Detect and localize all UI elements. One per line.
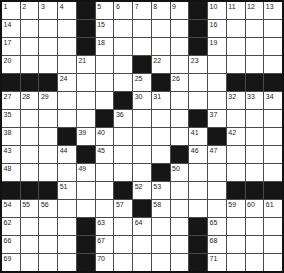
grid-cell[interactable] [208,92,226,109]
grid-cell[interactable] [96,164,114,181]
grid-cell[interactable]: 24 [58,74,76,91]
clue-number: 19 [210,39,218,47]
clue-number: 22 [153,57,161,65]
grid-cell[interactable] [39,110,57,127]
grid-cell[interactable]: 22 [152,56,170,73]
clue-number: 44 [60,147,68,155]
clue-number: 23 [191,57,199,65]
grid-cell[interactable]: 37 [208,110,226,127]
grid-cell[interactable]: 20 [2,56,20,73]
grid-cell[interactable]: 19 [208,38,226,55]
grid-cell[interactable] [96,200,114,217]
grid-cell[interactable]: 63 [96,218,114,235]
grid-cell[interactable] [264,56,282,73]
grid-cell[interactable] [264,218,282,235]
grid-cell[interactable] [227,236,245,253]
grid-cell[interactable]: 69 [2,254,20,271]
grid-cell[interactable] [114,146,132,163]
grid-cell[interactable]: 35 [2,110,20,127]
grid-cell[interactable]: 30 [133,92,151,109]
black-cell [39,74,57,91]
grid-cell[interactable]: 46 [189,146,207,163]
black-cell [77,218,95,235]
black-cell [189,38,207,55]
grid-cell[interactable] [246,164,264,181]
clue-number: 52 [135,183,143,191]
grid-cell[interactable] [189,164,207,181]
grid-cell[interactable] [21,38,39,55]
grid-cell[interactable] [227,38,245,55]
grid-cell[interactable] [264,38,282,55]
grid-cell[interactable] [246,110,264,127]
grid-cell[interactable]: 21 [77,56,95,73]
grid-cell[interactable]: 49 [77,164,95,181]
black-cell [2,74,20,91]
grid-cell[interactable] [39,146,57,163]
clue-number: 31 [153,93,161,101]
clue-number: 5 [97,3,101,11]
grid-cell[interactable] [152,128,170,145]
grid-cell[interactable] [21,254,39,271]
grid-cell[interactable]: 64 [133,218,151,235]
grid-cell[interactable]: 51 [58,182,76,199]
grid-cell[interactable] [152,110,170,127]
grid-cell[interactable]: 31 [152,92,170,109]
black-cell [114,92,132,109]
grid-cell[interactable]: 57 [114,200,132,217]
clue-number: 35 [4,111,12,119]
clue-number: 6 [116,3,120,11]
clue-number: 21 [78,57,86,65]
grid-cell[interactable] [227,218,245,235]
clue-number: 64 [135,219,143,227]
grid-cell[interactable]: 65 [208,218,226,235]
clue-number: 53 [153,183,161,191]
grid-cell[interactable]: 59 [227,200,245,217]
grid-cell[interactable] [77,74,95,91]
clue-number: 20 [4,57,12,65]
grid-cell[interactable] [264,254,282,271]
black-cell [39,182,57,199]
grid-cell[interactable] [21,164,39,181]
black-cell [264,182,282,199]
grid-cell[interactable]: 68 [208,236,226,253]
clue-number: 56 [41,201,49,209]
clue-number: 1 [4,3,8,11]
grid-cell[interactable]: 39 [77,128,95,145]
grid-cell[interactable] [227,56,245,73]
grid-cell[interactable] [39,164,57,181]
grid-cell[interactable] [171,236,189,253]
clue-number: 55 [22,201,30,209]
grid-cell[interactable] [208,182,226,199]
grid-cell[interactable] [171,38,189,55]
clue-number: 41 [191,129,199,137]
grid-cell[interactable]: 58 [152,200,170,217]
grid-cell[interactable]: 42 [227,128,245,145]
grid-cell[interactable]: 67 [96,236,114,253]
grid-cell[interactable] [96,182,114,199]
grid-cell[interactable] [114,236,132,253]
grid-cell[interactable]: 66 [2,236,20,253]
grid-cell[interactable] [152,146,170,163]
grid-cell[interactable] [96,92,114,109]
grid-cell[interactable] [246,20,264,37]
grid-cell[interactable] [58,236,76,253]
black-cell [189,110,207,127]
grid-cell[interactable]: 61 [264,200,282,217]
grid-cell[interactable] [39,38,57,55]
grid-cell[interactable]: 26 [171,74,189,91]
clue-number: 26 [172,75,180,83]
clue-number: 14 [4,21,12,29]
clue-number: 15 [97,21,105,29]
grid-cell[interactable]: 40 [96,128,114,145]
grid-cell[interactable] [171,92,189,109]
grid-cell[interactable] [208,200,226,217]
black-cell [77,38,95,55]
black-cell [246,182,264,199]
black-cell [152,74,170,91]
grid-cell[interactable]: 53 [152,182,170,199]
grid-cell[interactable] [39,56,57,73]
black-cell [189,2,207,19]
clue-number: 65 [210,219,218,227]
grid-cell[interactable] [189,74,207,91]
grid-cell[interactable] [21,146,39,163]
clue-number: 17 [4,39,12,47]
grid-cell[interactable] [58,218,76,235]
grid-cell[interactable] [246,38,264,55]
clue-number: 34 [266,93,274,101]
black-cell [114,182,132,199]
clue-number: 9 [172,3,176,11]
grid-cell[interactable]: 11 [227,2,245,19]
grid-cell[interactable]: 17 [2,38,20,55]
grid-cell[interactable] [152,38,170,55]
clue-number: 3 [41,3,45,11]
grid-cell[interactable] [171,182,189,199]
grid-cell[interactable] [77,110,95,127]
clue-number: 24 [60,75,68,83]
black-cell [189,254,207,271]
grid-cell[interactable]: 6 [114,2,132,19]
clue-number: 25 [135,75,143,83]
crossword-puzzle: 1234567891011121314151617181920212223242… [0,0,284,273]
grid-cell[interactable]: 25 [133,74,151,91]
clue-number: 43 [4,147,12,155]
grid-cell[interactable]: 5 [96,2,114,19]
grid-cell[interactable]: 54 [2,200,20,217]
grid-cell[interactable] [58,200,76,217]
clue-number: 60 [247,201,255,209]
grid-cell[interactable] [208,164,226,181]
clue-number: 51 [60,183,68,191]
black-cell [189,218,207,235]
grid-cell[interactable] [133,236,151,253]
black-cell [133,56,151,73]
grid-cell[interactable] [39,128,57,145]
clue-number: 50 [172,165,180,173]
grid-cell[interactable] [114,74,132,91]
black-cell [171,146,189,163]
grid-cell[interactable] [264,164,282,181]
clue-number: 59 [228,201,236,209]
grid-cell[interactable] [114,218,132,235]
grid-cell[interactable] [58,110,76,127]
grid-cell[interactable] [227,110,245,127]
grid-cell[interactable] [246,254,264,271]
grid-cell[interactable] [58,20,76,37]
clue-number: 30 [135,93,143,101]
clue-number: 46 [191,147,199,155]
grid-cell[interactable] [58,56,76,73]
grid-cell[interactable] [227,254,245,271]
grid-cell[interactable] [189,182,207,199]
grid-cell[interactable] [264,20,282,37]
clue-number: 11 [228,3,235,11]
grid-cell[interactable]: 34 [264,92,282,109]
grid-cell[interactable] [96,56,114,73]
clue-number: 4 [60,3,64,11]
grid-cell[interactable] [114,20,132,37]
grid-cell[interactable] [171,110,189,127]
grid-cell[interactable]: 16 [208,20,226,37]
grid-cell[interactable]: 36 [114,110,132,127]
black-cell [208,128,226,145]
grid-cell[interactable] [133,164,151,181]
grid-cell[interactable] [58,254,76,271]
grid-cell[interactable]: 3 [39,2,57,19]
clue-number: 18 [97,39,105,47]
grid-cell[interactable] [133,254,151,271]
clue-number: 66 [4,237,12,245]
black-cell [77,254,95,271]
grid-cell[interactable]: 38 [2,128,20,145]
grid-cell[interactable]: 2 [21,2,39,19]
grid-cell[interactable] [246,128,264,145]
clue-number: 71 [210,255,218,263]
grid-cell[interactable] [152,236,170,253]
grid-cell[interactable]: 18 [96,38,114,55]
grid-cell[interactable]: 27 [2,92,20,109]
black-cell [58,128,76,145]
clue-number: 47 [210,147,218,155]
grid-cell[interactable]: 23 [189,56,207,73]
grid-cell[interactable]: 32 [227,92,245,109]
clue-number: 32 [228,93,236,101]
clue-number: 13 [266,3,274,11]
grid-cell[interactable] [208,56,226,73]
grid-cell[interactable] [114,128,132,145]
black-cell [77,20,95,37]
grid-cell[interactable] [39,254,57,271]
clue-number: 29 [41,93,49,101]
grid-cell[interactable]: 14 [2,20,20,37]
grid-cell[interactable]: 33 [246,92,264,109]
black-cell [77,146,95,163]
grid-cell[interactable] [152,20,170,37]
grid-cell[interactable]: 29 [39,92,57,109]
clue-number: 39 [78,129,86,137]
grid-cell[interactable] [152,254,170,271]
clue-number: 45 [97,147,105,155]
grid-cell[interactable] [246,56,264,73]
clue-number: 58 [153,201,161,209]
grid-cell[interactable] [171,218,189,235]
grid-cell[interactable]: 50 [171,164,189,181]
grid-cell[interactable] [133,146,151,163]
grid-cell[interactable] [21,56,39,73]
clue-number: 16 [210,21,218,29]
grid-cell[interactable]: 9 [171,2,189,19]
grid-cell[interactable] [171,200,189,217]
black-cell [152,164,170,181]
grid-cell[interactable] [227,20,245,37]
grid-cell[interactable] [77,200,95,217]
clue-number: 54 [4,201,12,209]
grid-cell[interactable]: 52 [133,182,151,199]
grid-cell[interactable]: 70 [96,254,114,271]
black-cell [133,200,151,217]
grid-cell[interactable]: 48 [2,164,20,181]
grid-cell[interactable] [171,128,189,145]
grid-cell[interactable] [246,218,264,235]
grid-cell[interactable] [58,164,76,181]
black-cell [21,182,39,199]
grid-cell[interactable] [152,218,170,235]
clue-number: 69 [4,255,12,263]
grid-cell[interactable] [171,56,189,73]
grid-cell[interactable] [58,92,76,109]
clue-number: 8 [153,3,157,11]
clue-number: 10 [210,3,218,11]
clue-number: 12 [247,3,255,11]
grid-cell[interactable] [264,236,282,253]
grid-cell[interactable]: 55 [21,200,39,217]
clue-number: 70 [97,255,105,263]
grid-cell[interactable]: 41 [189,128,207,145]
grid-cell[interactable] [133,38,151,55]
black-cell [189,20,207,37]
grid-cell[interactable] [77,182,95,199]
black-cell [21,74,39,91]
clue-number: 40 [97,129,105,137]
black-cell [2,182,20,199]
grid-cell[interactable] [208,74,226,91]
crossword-grid: 1234567891011121314151617181920212223242… [0,0,284,273]
grid-cell[interactable] [21,128,39,145]
grid-cell[interactable]: 28 [21,92,39,109]
grid-cell[interactable] [21,110,39,127]
grid-cell[interactable]: 7 [133,2,151,19]
grid-cell[interactable]: 10 [208,2,226,19]
grid-cell[interactable]: 12 [246,2,264,19]
black-cell [246,74,264,91]
grid-cell[interactable] [133,128,151,145]
grid-cell[interactable]: 8 [152,2,170,19]
clue-number: 28 [22,93,30,101]
clue-number: 49 [78,165,86,173]
grid-cell[interactable]: 71 [208,254,226,271]
grid-cell[interactable] [21,218,39,235]
clue-number: 48 [4,165,12,173]
clue-number: 38 [4,129,12,137]
clue-number: 61 [266,201,274,209]
grid-cell[interactable]: 43 [2,146,20,163]
grid-cell[interactable]: 45 [96,146,114,163]
grid-cell[interactable]: 1 [2,2,20,19]
grid-cell[interactable] [264,146,282,163]
grid-cell[interactable] [114,56,132,73]
clue-number: 67 [97,237,105,245]
grid-cell[interactable] [246,236,264,253]
grid-cell[interactable]: 44 [58,146,76,163]
grid-cell[interactable]: 62 [2,218,20,235]
grid-cell[interactable] [264,110,282,127]
grid-cell[interactable] [77,92,95,109]
grid-cell[interactable]: 56 [39,200,57,217]
black-cell [227,74,245,91]
grid-cell[interactable] [39,20,57,37]
grid-cell[interactable] [39,236,57,253]
grid-cell[interactable] [58,38,76,55]
clue-number: 33 [247,93,255,101]
grid-cell[interactable]: 47 [208,146,226,163]
grid-cell[interactable] [96,74,114,91]
clue-number: 37 [210,111,218,119]
clue-number: 57 [116,201,124,209]
clue-number: 63 [97,219,105,227]
grid-cell[interactable]: 60 [246,200,264,217]
black-cell [227,182,245,199]
grid-cell[interactable] [133,20,151,37]
grid-cell[interactable] [227,146,245,163]
clue-number: 36 [116,111,124,119]
clue-number: 42 [228,129,236,137]
clue-number: 62 [4,219,12,227]
black-cell [77,236,95,253]
black-cell [189,236,207,253]
grid-cell[interactable] [114,164,132,181]
grid-cell[interactable] [133,110,151,127]
grid-cell[interactable]: 15 [96,20,114,37]
grid-cell[interactable] [227,164,245,181]
grid-cell[interactable] [246,146,264,163]
black-cell [96,110,114,127]
grid-cell[interactable] [171,20,189,37]
grid-cell[interactable] [21,20,39,37]
grid-cell[interactable] [39,218,57,235]
clue-number: 2 [22,3,26,11]
black-cell [77,2,95,19]
grid-cell[interactable]: 13 [264,2,282,19]
grid-cell[interactable] [264,128,282,145]
grid-cell[interactable] [171,254,189,271]
grid-cell[interactable] [21,236,39,253]
grid-cell[interactable] [189,92,207,109]
black-cell [264,74,282,91]
clue-number: 7 [135,3,139,11]
clue-number: 68 [210,237,218,245]
grid-cell[interactable] [114,254,132,271]
grid-cell[interactable] [114,38,132,55]
grid-cell[interactable]: 4 [58,2,76,19]
clue-number: 27 [4,93,12,101]
grid-cell[interactable] [189,200,207,217]
